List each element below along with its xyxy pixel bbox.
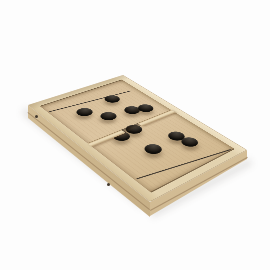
product-photo-stage — [0, 0, 270, 270]
screw-head — [107, 183, 110, 186]
